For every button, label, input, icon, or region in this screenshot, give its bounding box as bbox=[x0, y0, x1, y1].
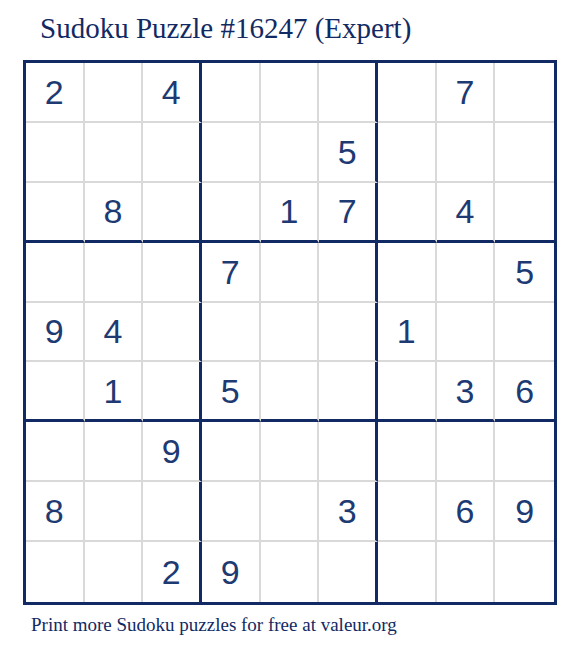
sudoku-cell-r7c3: 9 bbox=[143, 422, 202, 482]
sudoku-cell-r1c1: 2 bbox=[26, 63, 85, 123]
sudoku-cell-r7c1 bbox=[26, 422, 85, 482]
sudoku-cell-r2c3 bbox=[143, 123, 202, 183]
sudoku-cell-r6c6 bbox=[319, 362, 378, 422]
sudoku-cell-r7c7 bbox=[378, 422, 437, 482]
sudoku-cell-r7c4 bbox=[202, 422, 261, 482]
sudoku-cell-r9c7 bbox=[378, 542, 437, 602]
sudoku-cell-r7c9 bbox=[495, 422, 554, 482]
sudoku-cell-r8c7 bbox=[378, 482, 437, 542]
sudoku-cell-r9c4: 9 bbox=[202, 542, 261, 602]
sudoku-cell-r5c7: 1 bbox=[378, 303, 437, 363]
sudoku-cell-r3c1 bbox=[26, 183, 85, 243]
sudoku-cell-r5c2: 4 bbox=[85, 303, 144, 363]
sudoku-cell-r8c8: 6 bbox=[437, 482, 496, 542]
sudoku-cell-r3c8: 4 bbox=[437, 183, 496, 243]
sudoku-cell-r2c7 bbox=[378, 123, 437, 183]
sudoku-cell-r9c5 bbox=[261, 542, 320, 602]
sudoku-cell-r2c8 bbox=[437, 123, 496, 183]
sudoku-cell-r3c9 bbox=[495, 183, 554, 243]
sudoku-cell-r2c2 bbox=[85, 123, 144, 183]
sudoku-cell-r1c9 bbox=[495, 63, 554, 123]
sudoku-cell-r2c9 bbox=[495, 123, 554, 183]
sudoku-cell-r6c4: 5 bbox=[202, 362, 261, 422]
sudoku-cell-r1c5 bbox=[261, 63, 320, 123]
sudoku-cell-r9c9 bbox=[495, 542, 554, 602]
sudoku-cell-r5c5 bbox=[261, 303, 320, 363]
sudoku-cell-r4c2 bbox=[85, 243, 144, 303]
sudoku-cell-r7c5 bbox=[261, 422, 320, 482]
sudoku-cell-r3c5: 1 bbox=[261, 183, 320, 243]
sudoku-cell-r4c7 bbox=[378, 243, 437, 303]
sudoku-cell-r2c4 bbox=[202, 123, 261, 183]
sudoku-cell-r9c6 bbox=[319, 542, 378, 602]
sudoku-cell-r6c8: 3 bbox=[437, 362, 496, 422]
sudoku-cell-r1c4 bbox=[202, 63, 261, 123]
sudoku-cell-r2c5 bbox=[261, 123, 320, 183]
sudoku-cell-r4c5 bbox=[261, 243, 320, 303]
sudoku-cell-r1c6 bbox=[319, 63, 378, 123]
sudoku-cell-r4c4: 7 bbox=[202, 243, 261, 303]
page-title: Sudoku Puzzle #16247 (Expert) bbox=[40, 12, 411, 45]
sudoku-cell-r8c3 bbox=[143, 482, 202, 542]
sudoku-cell-r6c7 bbox=[378, 362, 437, 422]
sudoku-cell-r7c6 bbox=[319, 422, 378, 482]
sudoku-cell-r8c4 bbox=[202, 482, 261, 542]
sudoku-cell-r6c1 bbox=[26, 362, 85, 422]
sudoku-cell-r4c8 bbox=[437, 243, 496, 303]
sudoku-cell-r4c3 bbox=[143, 243, 202, 303]
sudoku-cell-r3c2: 8 bbox=[85, 183, 144, 243]
sudoku-cell-r5c4 bbox=[202, 303, 261, 363]
sudoku-cell-r8c6: 3 bbox=[319, 482, 378, 542]
sudoku-cell-r5c9 bbox=[495, 303, 554, 363]
sudoku-cell-r6c5 bbox=[261, 362, 320, 422]
sudoku-page: Sudoku Puzzle #16247 (Expert) 2475817475… bbox=[0, 0, 580, 651]
sudoku-cell-r7c8 bbox=[437, 422, 496, 482]
sudoku-cell-r3c7 bbox=[378, 183, 437, 243]
sudoku-cell-r1c7 bbox=[378, 63, 437, 123]
sudoku-cell-r2c1 bbox=[26, 123, 85, 183]
sudoku-grid: 247581747594115369836929 bbox=[23, 60, 557, 605]
sudoku-cell-r6c3 bbox=[143, 362, 202, 422]
sudoku-cell-r3c4 bbox=[202, 183, 261, 243]
sudoku-cell-r5c6 bbox=[319, 303, 378, 363]
sudoku-cell-r9c2 bbox=[85, 542, 144, 602]
sudoku-cell-r8c1: 8 bbox=[26, 482, 85, 542]
footer-text: Print more Sudoku puzzles for free at va… bbox=[31, 614, 397, 636]
sudoku-cell-r1c2 bbox=[85, 63, 144, 123]
sudoku-cell-r4c1 bbox=[26, 243, 85, 303]
sudoku-cell-r7c2 bbox=[85, 422, 144, 482]
sudoku-cell-r4c6 bbox=[319, 243, 378, 303]
sudoku-cell-r8c2 bbox=[85, 482, 144, 542]
sudoku-cell-r2c6: 5 bbox=[319, 123, 378, 183]
sudoku-cell-r5c3 bbox=[143, 303, 202, 363]
sudoku-cell-r5c1: 9 bbox=[26, 303, 85, 363]
sudoku-cell-r9c1 bbox=[26, 542, 85, 602]
sudoku-cell-r9c8 bbox=[437, 542, 496, 602]
sudoku-cell-r4c9: 5 bbox=[495, 243, 554, 303]
sudoku-cell-r1c8: 7 bbox=[437, 63, 496, 123]
sudoku-cell-r8c5 bbox=[261, 482, 320, 542]
sudoku-cell-r1c3: 4 bbox=[143, 63, 202, 123]
sudoku-cell-r5c8 bbox=[437, 303, 496, 363]
sudoku-cell-r6c9: 6 bbox=[495, 362, 554, 422]
sudoku-cell-r3c6: 7 bbox=[319, 183, 378, 243]
sudoku-cell-r3c3 bbox=[143, 183, 202, 243]
sudoku-cell-r6c2: 1 bbox=[85, 362, 144, 422]
sudoku-cell-r8c9: 9 bbox=[495, 482, 554, 542]
sudoku-cell-r9c3: 2 bbox=[143, 542, 202, 602]
